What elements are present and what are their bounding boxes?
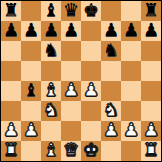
white-knight-piece[interactable]: ♞: [103, 101, 119, 120]
square-g2[interactable]: ♟: [121, 121, 141, 141]
square-a8[interactable]: ♜: [1, 1, 21, 21]
white-pawn-piece[interactable]: ♟: [103, 121, 119, 140]
square-h1[interactable]: ♜: [141, 141, 161, 161]
square-e5[interactable]: [81, 61, 101, 81]
square-f7[interactable]: ♟: [101, 21, 121, 41]
white-queen-piece[interactable]: ♛: [63, 141, 79, 160]
square-h4[interactable]: [141, 81, 161, 101]
black-rook-piece[interactable]: ♜: [143, 1, 159, 20]
square-h5[interactable]: [141, 61, 161, 81]
white-rook-piece[interactable]: ♜: [3, 141, 19, 160]
black-pawn-piece[interactable]: ♟: [63, 21, 79, 40]
black-pawn-piece[interactable]: ♟: [3, 21, 19, 40]
black-queen-piece[interactable]: ♛: [63, 1, 79, 20]
square-d7[interactable]: ♟: [61, 21, 81, 41]
square-f4[interactable]: [101, 81, 121, 101]
square-b8[interactable]: [21, 1, 41, 21]
square-c5[interactable]: [41, 61, 61, 81]
square-g5[interactable]: [121, 61, 141, 81]
square-a2[interactable]: ♟: [1, 121, 21, 141]
square-f8[interactable]: [101, 1, 121, 21]
square-f1[interactable]: [101, 141, 121, 161]
white-pawn-piece[interactable]: ♟: [123, 121, 139, 140]
square-c4[interactable]: ♝: [41, 81, 61, 101]
square-a7[interactable]: ♟: [1, 21, 21, 41]
square-e1[interactable]: ♚: [81, 141, 101, 161]
square-e4[interactable]: ♟: [81, 81, 101, 101]
square-d4[interactable]: ♟: [61, 81, 81, 101]
black-pawn-piece[interactable]: ♟: [123, 21, 139, 40]
square-b6[interactable]: [21, 41, 41, 61]
square-e2[interactable]: [81, 121, 101, 141]
square-c1[interactable]: ♝: [41, 141, 61, 161]
square-f3[interactable]: ♞: [101, 101, 121, 121]
square-e6[interactable]: [81, 41, 101, 61]
square-g7[interactable]: ♟: [121, 21, 141, 41]
square-e3[interactable]: [81, 101, 101, 121]
square-h7[interactable]: ♟: [141, 21, 161, 41]
square-a4[interactable]: [1, 81, 21, 101]
black-pawn-piece[interactable]: ♟: [23, 21, 39, 40]
square-d3[interactable]: [61, 101, 81, 121]
square-g6[interactable]: [121, 41, 141, 61]
square-e8[interactable]: ♚: [81, 1, 101, 21]
chess-board: ♜♝♛♚♜♟♟♟♟♟♟♟♞♞♝♝♟♟♞♞♟♟♟♟♟♜♝♛♚♜: [1, 1, 161, 161]
black-knight-piece[interactable]: ♞: [43, 41, 59, 60]
square-g4[interactable]: [121, 81, 141, 101]
square-d6[interactable]: [61, 41, 81, 61]
chess-board-frame: ♜♝♛♚♜♟♟♟♟♟♟♟♞♞♝♝♟♟♞♞♟♟♟♟♟♜♝♛♚♜: [0, 0, 162, 162]
square-f2[interactable]: ♟: [101, 121, 121, 141]
square-b3[interactable]: [21, 101, 41, 121]
square-f6[interactable]: ♞: [101, 41, 121, 61]
square-g1[interactable]: [121, 141, 141, 161]
black-bishop-piece[interactable]: ♝: [23, 81, 39, 100]
square-b4[interactable]: ♝: [21, 81, 41, 101]
black-rook-piece[interactable]: ♜: [3, 1, 19, 20]
square-g3[interactable]: [121, 101, 141, 121]
square-b7[interactable]: ♟: [21, 21, 41, 41]
black-pawn-piece[interactable]: ♟: [103, 21, 119, 40]
square-h3[interactable]: [141, 101, 161, 121]
square-c8[interactable]: ♝: [41, 1, 61, 21]
square-c3[interactable]: ♞: [41, 101, 61, 121]
square-b1[interactable]: [21, 141, 41, 161]
square-c7[interactable]: ♟: [41, 21, 61, 41]
square-d8[interactable]: ♛: [61, 1, 81, 21]
square-c2[interactable]: [41, 121, 61, 141]
black-pawn-piece[interactable]: ♟: [143, 21, 159, 40]
square-g8[interactable]: [121, 1, 141, 21]
white-bishop-piece[interactable]: ♝: [43, 141, 59, 160]
square-b5[interactable]: [21, 61, 41, 81]
square-d2[interactable]: [61, 121, 81, 141]
black-knight-piece[interactable]: ♞: [103, 41, 119, 60]
white-pawn-piece[interactable]: ♟: [23, 121, 39, 140]
square-a6[interactable]: [1, 41, 21, 61]
black-bishop-piece[interactable]: ♝: [43, 1, 59, 20]
square-e7[interactable]: [81, 21, 101, 41]
white-bishop-piece[interactable]: ♝: [43, 81, 59, 100]
black-pawn-piece[interactable]: ♟: [43, 21, 59, 40]
white-pawn-piece[interactable]: ♟: [83, 81, 99, 100]
white-knight-piece[interactable]: ♞: [43, 101, 59, 120]
square-a3[interactable]: [1, 101, 21, 121]
square-d5[interactable]: [61, 61, 81, 81]
square-b2[interactable]: ♟: [21, 121, 41, 141]
square-h6[interactable]: [141, 41, 161, 61]
square-h8[interactable]: ♜: [141, 1, 161, 21]
white-pawn-piece[interactable]: ♟: [63, 81, 79, 100]
square-h2[interactable]: ♟: [141, 121, 161, 141]
white-king-piece[interactable]: ♚: [83, 141, 99, 160]
square-a5[interactable]: [1, 61, 21, 81]
square-c6[interactable]: ♞: [41, 41, 61, 61]
white-rook-piece[interactable]: ♜: [143, 141, 159, 160]
square-f5[interactable]: [101, 61, 121, 81]
white-pawn-piece[interactable]: ♟: [3, 121, 19, 140]
white-pawn-piece[interactable]: ♟: [143, 121, 159, 140]
square-d1[interactable]: ♛: [61, 141, 81, 161]
black-king-piece[interactable]: ♚: [83, 1, 99, 20]
square-a1[interactable]: ♜: [1, 141, 21, 161]
